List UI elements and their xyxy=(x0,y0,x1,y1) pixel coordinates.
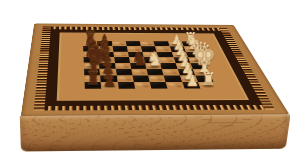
square-b6 xyxy=(112,46,127,51)
square-e5: ♞ xyxy=(130,63,147,69)
chess-set-photo: ♜♟♟♜♞♟♟♞♝♟♟♝♛♟♟♛♚♟♞♞♟♚♝♟♟♝♟♟♜♟♟♜ xyxy=(0,0,290,157)
decorative-carved-border: ♜♟♟♜♞♟♟♞♝♟♟♝♛♟♟♛♚♟♞♞♟♚♝♟♟♝♟♟♜♟♟♜ xyxy=(34,27,275,111)
square-h2: ♟ xyxy=(182,82,201,89)
square-f4 xyxy=(146,69,163,75)
black-knight: ♞ xyxy=(131,49,147,68)
border-strip-top xyxy=(43,27,229,31)
square-h8: ♜ xyxy=(85,82,102,89)
board-grid: ♜♟♟♜♞♟♟♞♝♟♟♝♛♟♟♛♚♟♞♞♟♚♝♟♟♝♟♟♜♟♟♜ xyxy=(83,41,217,89)
square-h7: ♟ xyxy=(101,82,118,89)
box-front-face xyxy=(20,115,290,152)
square-h5 xyxy=(133,82,151,89)
white-knight: ♞ xyxy=(146,49,162,68)
border-strip-left xyxy=(34,27,51,111)
inner-frame-line: ♜♟♟♜♞♟♟♞♝♟♟♝♛♟♟♛♚♟♞♞♟♚♝♟♟♝♟♟♜♟♟♜ xyxy=(57,33,249,101)
square-h6 xyxy=(117,82,135,89)
perspective-wrapper: ♜♟♟♜♞♟♟♞♝♟♟♝♛♟♟♛♚♟♞♞♟♚♝♟♟♝♟♟♜♟♟♜ xyxy=(0,0,290,157)
square-c6 xyxy=(113,52,129,58)
white-pawn: ♟ xyxy=(184,73,200,88)
chess-box: ♜♟♟♜♞♟♟♞♝♟♟♝♛♟♟♛♚♟♞♞♟♚♝♟♟♝♟♟♜♟♟♜ xyxy=(21,23,289,116)
black-pawn: ♟ xyxy=(102,73,119,88)
black-rook: ♜ xyxy=(85,71,102,89)
white-rook: ♜ xyxy=(200,71,216,88)
square-h3 xyxy=(166,82,184,89)
square-h4 xyxy=(150,82,168,89)
border-strip-bottom xyxy=(34,105,275,111)
leather-rim: ♜♟♟♜♞♟♟♞♝♟♟♝♛♟♟♛♚♟♞♞♟♚♝♟♟♝♟♟♜♟♟♜ xyxy=(21,23,289,116)
board-top-surface: ♜♟♟♜♞♟♟♞♝♟♟♝♛♟♟♛♚♟♞♞♟♚♝♟♟♝♟♟♜♟♟♜ xyxy=(21,23,289,116)
